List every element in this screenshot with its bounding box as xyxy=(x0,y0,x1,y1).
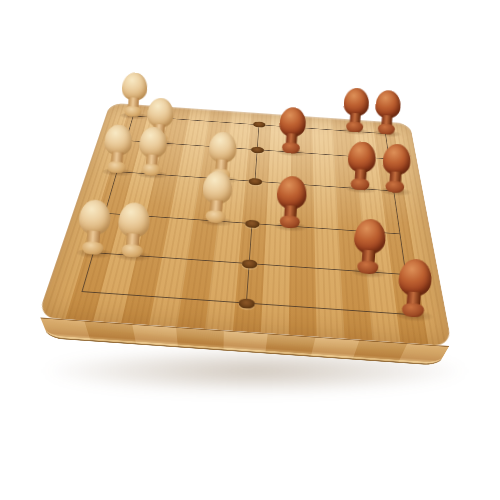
game-board xyxy=(37,103,452,347)
peg-hole-e4[interactable] xyxy=(245,219,260,228)
peg-hole-e3[interactable] xyxy=(248,178,262,186)
board-rotation-wrapper xyxy=(13,3,492,434)
peg-hole-e2[interactable] xyxy=(251,147,264,154)
product-photo-scene xyxy=(0,0,500,500)
peg-hole-e1[interactable] xyxy=(253,121,266,128)
dark-peg-h1[interactable] xyxy=(342,87,370,133)
board-points xyxy=(81,116,412,315)
peg-hole-e5[interactable] xyxy=(241,259,257,269)
light-peg-a1[interactable] xyxy=(120,72,148,118)
peg-hole-e6[interactable] xyxy=(238,298,255,309)
dark-peg-i1[interactable] xyxy=(373,89,401,135)
